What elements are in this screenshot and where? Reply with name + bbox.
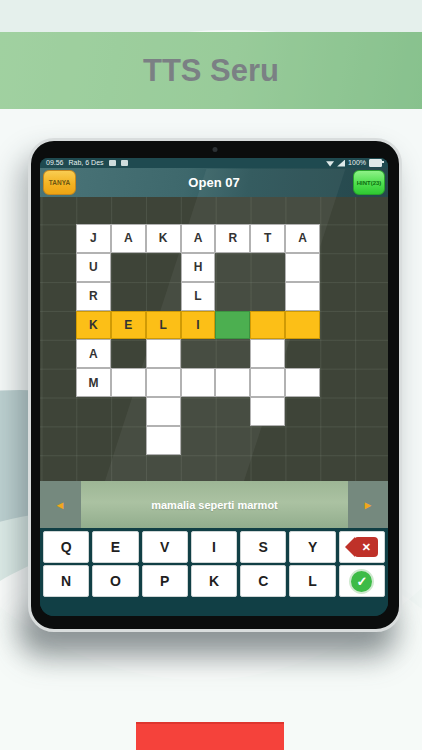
page: TTS Seru 09.56 Rab, 6 Des 100% TANYA Ope… [0,0,422,750]
key-e[interactable]: E [92,531,138,563]
cell-r5c4[interactable] [215,368,250,397]
cell-r6c2[interactable] [146,397,181,426]
key-k[interactable]: K [191,565,237,597]
key-p[interactable]: P [142,565,188,597]
cell-r2c0[interactable]: R [76,282,111,311]
tablet-frame: 09.56 Rab, 6 Des 100% TANYA Open 07 HINT… [28,138,402,632]
cell-r3c4[interactable] [215,311,250,340]
clue-panel: mamalia seperti marmot [81,481,348,528]
level-title: Open 07 [188,175,239,190]
cell-r0c2[interactable]: K [146,224,181,253]
prev-clue-arrow[interactable]: ◄ [40,481,80,528]
cell-r2c6[interactable] [285,282,320,311]
hint-button[interactable]: HINT(23) [353,170,385,195]
letter-keyboard: QEVISY✕NOPKCL✓ [40,528,388,616]
key-q[interactable]: Q [43,531,89,563]
key-n[interactable]: N [43,565,89,597]
battery-icon [369,159,382,167]
status-bar: 09.56 Rab, 6 Des 100% [40,158,388,168]
key-y[interactable]: Y [289,531,335,563]
cell-r5c0[interactable]: M [76,368,111,397]
camera-dot [213,147,218,152]
puzzle-grid: JAKARTAUHRLKELIAM [76,224,320,455]
cell-r5c3[interactable] [181,368,216,397]
key-v[interactable]: V [142,531,188,563]
cell-r0c6[interactable]: A [285,224,320,253]
cell-r4c2[interactable] [146,339,181,368]
battery-percent: 100% [348,158,366,168]
check-icon: ✓ [349,569,374,594]
cell-r5c1[interactable] [111,368,146,397]
clue-bar: ◄ mamalia seperti marmot ► [40,481,388,528]
bottom-red-banner[interactable] [136,722,284,750]
status-time: 09.56 [46,158,64,168]
app-bar: TANYA Open 07 HINT(23) [40,168,388,197]
clue-text: mamalia seperti marmot [151,499,278,511]
wifi-icon [326,160,334,167]
confirm-key[interactable]: ✓ [339,565,385,597]
cell-r2c3[interactable]: L [181,282,216,311]
key-o[interactable]: O [92,565,138,597]
cell-r3c2[interactable]: L [146,311,181,340]
key-c[interactable]: C [240,565,286,597]
notification-icon-2 [121,160,128,166]
next-clue-arrow[interactable]: ► [348,481,388,528]
cell-r0c0[interactable]: J [76,224,111,253]
cell-r0c4[interactable]: R [215,224,250,253]
status-date: Rab, 6 Des [69,158,104,168]
cell-r7c2[interactable] [146,426,181,455]
cell-r1c0[interactable]: U [76,253,111,282]
cell-r4c0[interactable]: A [76,339,111,368]
cell-r3c3[interactable]: I [181,311,216,340]
cell-r3c6[interactable] [285,311,320,340]
cell-r5c6[interactable] [285,368,320,397]
cell-r3c5[interactable] [250,311,285,340]
crossword-board: JAKARTAUHRLKELIAM [40,197,388,481]
key-l[interactable]: L [289,565,335,597]
cell-r1c3[interactable]: H [181,253,216,282]
cell-r3c0[interactable]: K [76,311,111,340]
cell-r0c1[interactable]: A [111,224,146,253]
cell-r4c5[interactable] [250,339,285,368]
backspace-icon: ✕ [354,537,378,557]
cell-r0c5[interactable]: T [250,224,285,253]
tanya-button[interactable]: TANYA [43,170,76,195]
notification-icon [109,160,116,166]
cell-r3c1[interactable]: E [111,311,146,340]
backspace-key[interactable]: ✕ [339,531,385,563]
tablet-screen: 09.56 Rab, 6 Des 100% TANYA Open 07 HINT… [40,158,388,616]
signal-icon [337,160,345,167]
cell-r1c6[interactable] [285,253,320,282]
key-s[interactable]: S [240,531,286,563]
cell-r5c2[interactable] [146,368,181,397]
cell-r6c5[interactable] [250,397,285,426]
key-i[interactable]: I [191,531,237,563]
cell-r0c3[interactable]: A [181,224,216,253]
cell-r5c5[interactable] [250,368,285,397]
